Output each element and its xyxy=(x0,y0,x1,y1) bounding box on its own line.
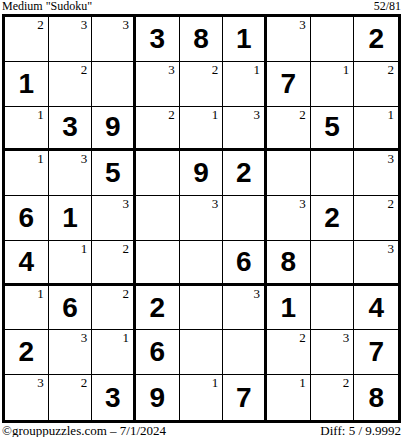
pencil-mark: 2 xyxy=(81,376,88,389)
pencil-mark: 2 xyxy=(299,331,306,344)
cell-value: 4 xyxy=(19,248,35,276)
pencil-mark: 3 xyxy=(168,63,175,76)
pencil-mark: 2 xyxy=(123,242,130,255)
pencil-mark: 3 xyxy=(254,108,261,121)
cell-r7c1[interactable]: 1 xyxy=(5,286,49,331)
pencil-mark: 3 xyxy=(299,18,306,31)
cell-r5c5[interactable]: 3 xyxy=(180,196,224,241)
header: Medium "Sudoku" 52/81 xyxy=(2,0,401,14)
cell-value: 1 xyxy=(236,25,252,53)
cell-r6c9[interactable]: 3 xyxy=(354,241,398,286)
pencil-mark: 1 xyxy=(212,376,219,389)
cell-r9c5[interactable]: 1 xyxy=(180,375,224,420)
cell-value: 8 xyxy=(281,248,297,276)
pencil-mark: 2 xyxy=(123,287,130,300)
cell-r8c9[interactable]: 7 xyxy=(354,330,398,375)
cell-r9c3[interactable]: 3 xyxy=(92,375,136,420)
cell-r3c7[interactable]: 2 xyxy=(267,107,311,152)
pencil-mark: 3 xyxy=(212,197,219,210)
pencil-mark: 1 xyxy=(37,287,44,300)
cell-r8c2[interactable]: 3 xyxy=(49,330,93,375)
cell-r6c5[interactable] xyxy=(180,241,224,286)
cell-value: 3 xyxy=(105,384,121,412)
pencil-mark: 3 xyxy=(37,376,44,389)
cell-r9c8[interactable]: 2 xyxy=(311,375,355,420)
cell-r9c2[interactable]: 2 xyxy=(49,375,93,420)
pencil-mark: 3 xyxy=(81,331,88,344)
cell-r2c6[interactable]: 1 xyxy=(223,62,267,107)
cell-value: 6 xyxy=(19,204,35,232)
cell-r1c1[interactable]: 2 xyxy=(5,17,49,62)
cell-value: 6 xyxy=(236,248,252,276)
pencil-mark: 2 xyxy=(212,63,219,76)
cell-value: 2 xyxy=(368,25,384,53)
cell-r7c2[interactable]: 6 xyxy=(49,286,93,331)
pencil-mark: 3 xyxy=(299,197,306,210)
cell-r3c1[interactable]: 1 xyxy=(5,107,49,152)
cell-r1c9[interactable]: 2 xyxy=(354,17,398,62)
cell-r3c4[interactable]: 2 xyxy=(136,107,180,152)
cell-value: 8 xyxy=(368,384,384,412)
pencil-mark: 3 xyxy=(343,331,350,344)
cell-r9c6[interactable]: 7 xyxy=(223,375,267,420)
pencil-mark: 1 xyxy=(388,108,395,121)
cell-value: 9 xyxy=(193,159,209,187)
cell-r8c1[interactable]: 2 xyxy=(5,330,49,375)
pencil-mark: 2 xyxy=(37,18,44,31)
cell-r5c7[interactable]: 3 xyxy=(267,196,311,241)
cell-value: 1 xyxy=(19,70,35,98)
cell-r7c6[interactable]: 3 xyxy=(223,286,267,331)
cell-r1c2[interactable]: 3 xyxy=(49,17,93,62)
cell-value: 7 xyxy=(368,338,384,366)
pencil-mark: 3 xyxy=(81,18,88,31)
pencil-mark: 1 xyxy=(123,331,130,344)
cell-r3c8[interactable]: 5 xyxy=(311,107,355,152)
cell-r7c9[interactable]: 4 xyxy=(354,286,398,331)
pencil-mark: 3 xyxy=(254,287,261,300)
cell-r4c9[interactable]: 3 xyxy=(354,151,398,196)
sudoku-grid: 2333813212321712139213251135923613332241… xyxy=(2,14,401,423)
cell-r2c2[interactable]: 2 xyxy=(49,62,93,107)
pencil-mark: 3 xyxy=(123,197,130,210)
cell-r2c3[interactable] xyxy=(92,62,136,107)
cell-r7c7[interactable]: 1 xyxy=(267,286,311,331)
pencil-mark: 2 xyxy=(168,108,175,121)
remaining-counter: 52/81 xyxy=(374,0,401,13)
cell-r5c8[interactable]: 2 xyxy=(311,196,355,241)
cell-r8c3[interactable]: 1 xyxy=(92,330,136,375)
cell-r5c4[interactable] xyxy=(136,196,180,241)
pencil-mark: 1 xyxy=(37,152,44,165)
cell-r4c2[interactable]: 3 xyxy=(49,151,93,196)
cell-r2c4[interactable]: 3 xyxy=(136,62,180,107)
cell-value: 6 xyxy=(62,294,78,322)
cell-r5c3[interactable]: 3 xyxy=(92,196,136,241)
cell-r8c7[interactable]: 2 xyxy=(267,330,311,375)
cell-r5c9[interactable]: 2 xyxy=(354,196,398,241)
cell-r6c3[interactable]: 2 xyxy=(92,241,136,286)
cell-r1c5[interactable]: 8 xyxy=(180,17,224,62)
cell-value: 2 xyxy=(150,294,166,322)
cell-r4c6[interactable]: 2 xyxy=(223,151,267,196)
cell-r4c8[interactable] xyxy=(311,151,355,196)
cell-r1c6[interactable]: 1 xyxy=(223,17,267,62)
cell-value: 9 xyxy=(105,113,121,141)
cell-value: 8 xyxy=(193,25,209,53)
cell-r7c5[interactable] xyxy=(180,286,224,331)
pencil-mark: 1 xyxy=(212,108,219,121)
cell-value: 5 xyxy=(324,113,340,141)
cell-value: 9 xyxy=(150,384,166,412)
cell-value: 3 xyxy=(62,113,78,141)
cell-value: 3 xyxy=(150,25,166,53)
cell-r6c6[interactable]: 6 xyxy=(223,241,267,286)
pencil-mark: 2 xyxy=(81,63,88,76)
cell-value: 2 xyxy=(236,159,252,187)
cell-r9c9[interactable]: 8 xyxy=(354,375,398,420)
cell-r6c4[interactable] xyxy=(136,241,180,286)
cell-value: 7 xyxy=(236,384,252,412)
cell-value: 5 xyxy=(105,159,121,187)
cell-r3c5[interactable]: 1 xyxy=(180,107,224,152)
cell-r3c6[interactable]: 3 xyxy=(223,107,267,152)
cell-r5c6[interactable] xyxy=(223,196,267,241)
pencil-mark: 3 xyxy=(123,18,130,31)
cell-value: 7 xyxy=(281,70,297,98)
cell-value: 1 xyxy=(281,294,297,322)
pencil-mark: 3 xyxy=(81,152,88,165)
pencil-mark: 1 xyxy=(299,376,306,389)
pencil-mark: 2 xyxy=(388,197,395,210)
cell-r9c1[interactable]: 3 xyxy=(5,375,49,420)
cell-r8c6[interactable] xyxy=(223,330,267,375)
cell-r3c3[interactable]: 9 xyxy=(92,107,136,152)
cell-r3c2[interactable]: 3 xyxy=(49,107,93,152)
cell-r7c8[interactable] xyxy=(311,286,355,331)
pencil-mark: 1 xyxy=(81,242,88,255)
cell-r2c7[interactable]: 7 xyxy=(267,62,311,107)
cell-r5c2[interactable]: 1 xyxy=(49,196,93,241)
cell-r4c5[interactable]: 9 xyxy=(180,151,224,196)
cell-r1c4[interactable]: 3 xyxy=(136,17,180,62)
cell-r6c1[interactable]: 4 xyxy=(5,241,49,286)
cell-r2c9[interactable]: 2 xyxy=(354,62,398,107)
cell-r4c4[interactable] xyxy=(136,151,180,196)
cell-r5c1[interactable]: 6 xyxy=(5,196,49,241)
cell-r4c3[interactable]: 5 xyxy=(92,151,136,196)
cell-r7c3[interactable]: 2 xyxy=(92,286,136,331)
pencil-mark: 1 xyxy=(37,108,44,121)
cell-r8c8[interactable]: 3 xyxy=(311,330,355,375)
cell-r2c8[interactable]: 1 xyxy=(311,62,355,107)
cell-r9c7[interactable]: 1 xyxy=(267,375,311,420)
pencil-mark: 2 xyxy=(299,108,306,121)
footer: ©grouppuzzles.com – 7/1/2024 Diff: 5 / 9… xyxy=(2,424,401,437)
cell-r6c8[interactable] xyxy=(311,241,355,286)
cell-r1c8[interactable] xyxy=(311,17,355,62)
cell-r7c4[interactable]: 2 xyxy=(136,286,180,331)
cell-r4c7[interactable] xyxy=(267,151,311,196)
cell-r4c1[interactable]: 1 xyxy=(5,151,49,196)
pencil-mark: 3 xyxy=(388,152,395,165)
cell-r8c5[interactable] xyxy=(180,330,224,375)
cell-value: 1 xyxy=(62,204,78,232)
pencil-mark: 3 xyxy=(388,242,395,255)
pencil-mark: 1 xyxy=(254,63,261,76)
cell-value: 6 xyxy=(150,338,166,366)
cell-value: 4 xyxy=(368,294,384,322)
copyright-date: ©grouppuzzles.com – 7/1/2024 xyxy=(2,424,166,437)
pencil-mark: 1 xyxy=(343,63,350,76)
difficulty-rating: Diff: 5 / 9.9992 xyxy=(320,424,401,437)
cell-r8c4[interactable]: 6 xyxy=(136,330,180,375)
cell-value: 2 xyxy=(324,204,340,232)
pencil-mark: 2 xyxy=(343,376,350,389)
page-title: Medium "Sudoku" xyxy=(2,0,92,13)
cell-value: 2 xyxy=(19,338,35,366)
cell-r1c3[interactable]: 3 xyxy=(92,17,136,62)
cell-r9c4[interactable]: 9 xyxy=(136,375,180,420)
cell-r6c2[interactable]: 1 xyxy=(49,241,93,286)
cell-r6c7[interactable]: 8 xyxy=(267,241,311,286)
cell-r2c5[interactable]: 2 xyxy=(180,62,224,107)
pencil-mark: 2 xyxy=(388,63,395,76)
cell-r2c1[interactable]: 1 xyxy=(5,62,49,107)
cell-r1c7[interactable]: 3 xyxy=(267,17,311,62)
cell-r3c9[interactable]: 1 xyxy=(354,107,398,152)
